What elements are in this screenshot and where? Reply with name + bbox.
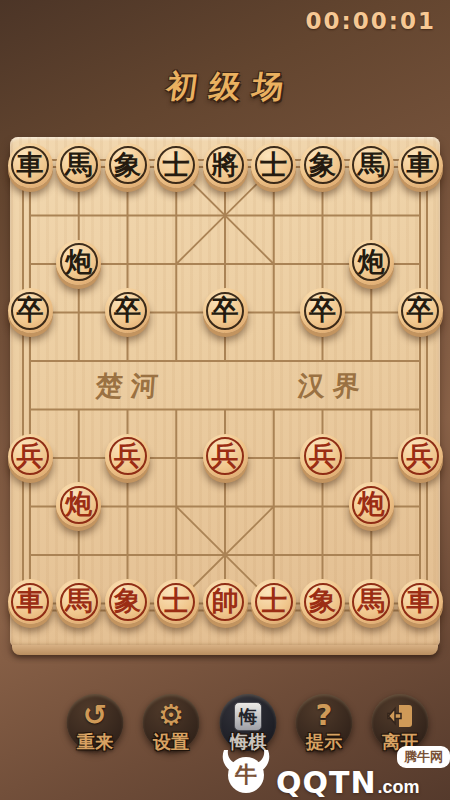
watermark-badge: 腾牛网 xyxy=(397,746,450,768)
piece-glyph: 帥 xyxy=(212,587,239,614)
bull-logo-icon: 牛 xyxy=(218,746,274,798)
piece-red-cannon[interactable]: 炮 xyxy=(56,482,101,527)
game-timer: 00:00:01 xyxy=(306,8,436,34)
piece-red-soldier[interactable]: 兵 xyxy=(300,434,345,479)
piece-glyph: 將 xyxy=(212,151,239,178)
piece-glyph: 卒 xyxy=(309,296,336,323)
piece-black-cannon[interactable]: 炮 xyxy=(56,240,101,285)
piece-glyph: 馬 xyxy=(65,587,92,614)
piece-glyph: 象 xyxy=(114,151,141,178)
piece-glyph: 兵 xyxy=(309,442,336,469)
piece-glyph: 炮 xyxy=(65,490,92,517)
piece-black-elephant[interactable]: 象 xyxy=(300,143,345,188)
river-label-han-jie: 汉界 xyxy=(297,368,370,404)
piece-glyph: 士 xyxy=(163,587,190,614)
piece-black-cannon[interactable]: 炮 xyxy=(349,240,394,285)
watermark-site-text: QQTN xyxy=(276,768,377,798)
piece-glyph: 車 xyxy=(407,151,434,178)
piece-black-chariot[interactable]: 車 xyxy=(8,143,53,188)
piece-red-horse[interactable]: 馬 xyxy=(349,579,394,624)
piece-glyph: 馬 xyxy=(358,151,385,178)
piece-glyph: 士 xyxy=(260,151,287,178)
svg-text:牛: 牛 xyxy=(234,762,257,787)
button-label: 重来 xyxy=(77,730,113,754)
piece-glyph: 車 xyxy=(17,151,44,178)
piece-glyph: 士 xyxy=(260,587,287,614)
piece-glyph: 馬 xyxy=(358,587,385,614)
piece-glyph: 兵 xyxy=(212,442,239,469)
piece-red-elephant[interactable]: 象 xyxy=(300,579,345,624)
piece-glyph: 馬 xyxy=(65,151,92,178)
piece-black-soldier[interactable]: 卒 xyxy=(203,288,248,333)
piece-glyph: 車 xyxy=(407,587,434,614)
piece-black-general[interactable]: 將 xyxy=(203,143,248,188)
piece-red-elephant[interactable]: 象 xyxy=(105,579,150,624)
piece-black-horse[interactable]: 馬 xyxy=(349,143,394,188)
piece-red-cannon[interactable]: 炮 xyxy=(349,482,394,527)
piece-red-advisor[interactable]: 士 xyxy=(251,579,296,624)
piece-red-general[interactable]: 帥 xyxy=(203,579,248,624)
piece-red-chariot[interactable]: 車 xyxy=(8,579,53,624)
piece-black-advisor[interactable]: 士 xyxy=(251,143,296,188)
exit-door-icon xyxy=(386,703,414,729)
piece-glyph: 兵 xyxy=(17,442,44,469)
piece-red-soldier[interactable]: 兵 xyxy=(105,434,150,479)
undo-piece-icon: 悔 xyxy=(234,702,262,731)
restart-icon: ↺ xyxy=(83,701,107,730)
toolbar-button-restart[interactable]: ↺重来 xyxy=(57,690,133,760)
piece-black-soldier[interactable]: 卒 xyxy=(398,288,443,333)
piece-glyph: 兵 xyxy=(407,442,434,469)
piece-glyph: 兵 xyxy=(114,442,141,469)
button-label: 设置 xyxy=(153,730,189,754)
watermark-tld-text: .com xyxy=(378,778,420,798)
piece-black-advisor[interactable]: 士 xyxy=(154,143,199,188)
river-label-chu-he: 楚河 xyxy=(95,368,168,404)
piece-glyph: 卒 xyxy=(114,296,141,323)
piece-glyph: 卒 xyxy=(17,296,44,323)
toolbar-button-settings[interactable]: ⚙设置 xyxy=(133,690,209,760)
piece-glyph: 車 xyxy=(17,587,44,614)
piece-black-soldier[interactable]: 卒 xyxy=(105,288,150,333)
piece-red-horse[interactable]: 馬 xyxy=(56,579,101,624)
piece-glyph: 象 xyxy=(309,587,336,614)
piece-glyph: 士 xyxy=(163,151,190,178)
page-title: 初级场 xyxy=(0,66,450,108)
piece-red-soldier[interactable]: 兵 xyxy=(398,434,443,479)
piece-black-soldier[interactable]: 卒 xyxy=(8,288,53,333)
piece-red-chariot[interactable]: 車 xyxy=(398,579,443,624)
piece-glyph: 炮 xyxy=(358,248,385,275)
xiangqi-board[interactable]: 楚河 汉界 車馬象士將士象馬車炮炮卒卒卒卒卒兵兵兵兵兵炮炮車馬象士帥士象馬車 xyxy=(10,137,440,648)
piece-red-soldier[interactable]: 兵 xyxy=(203,434,248,479)
piece-glyph: 炮 xyxy=(358,490,385,517)
piece-black-chariot[interactable]: 車 xyxy=(398,143,443,188)
piece-black-elephant[interactable]: 象 xyxy=(105,143,150,188)
question-icon: ? xyxy=(316,701,333,730)
board-bottom-edge xyxy=(12,645,438,655)
piece-red-soldier[interactable]: 兵 xyxy=(8,434,53,479)
piece-glyph: 象 xyxy=(114,587,141,614)
piece-black-horse[interactable]: 馬 xyxy=(56,143,101,188)
piece-glyph: 卒 xyxy=(407,296,434,323)
piece-red-advisor[interactable]: 士 xyxy=(154,579,199,624)
piece-black-soldier[interactable]: 卒 xyxy=(300,288,345,333)
piece-glyph: 卒 xyxy=(212,296,239,323)
watermark: 牛 QQTN .com 腾牛网 xyxy=(218,746,450,798)
gear-icon: ⚙ xyxy=(158,701,184,730)
piece-glyph: 炮 xyxy=(65,248,92,275)
piece-glyph: 象 xyxy=(309,151,336,178)
board-grid-lines xyxy=(10,137,440,648)
